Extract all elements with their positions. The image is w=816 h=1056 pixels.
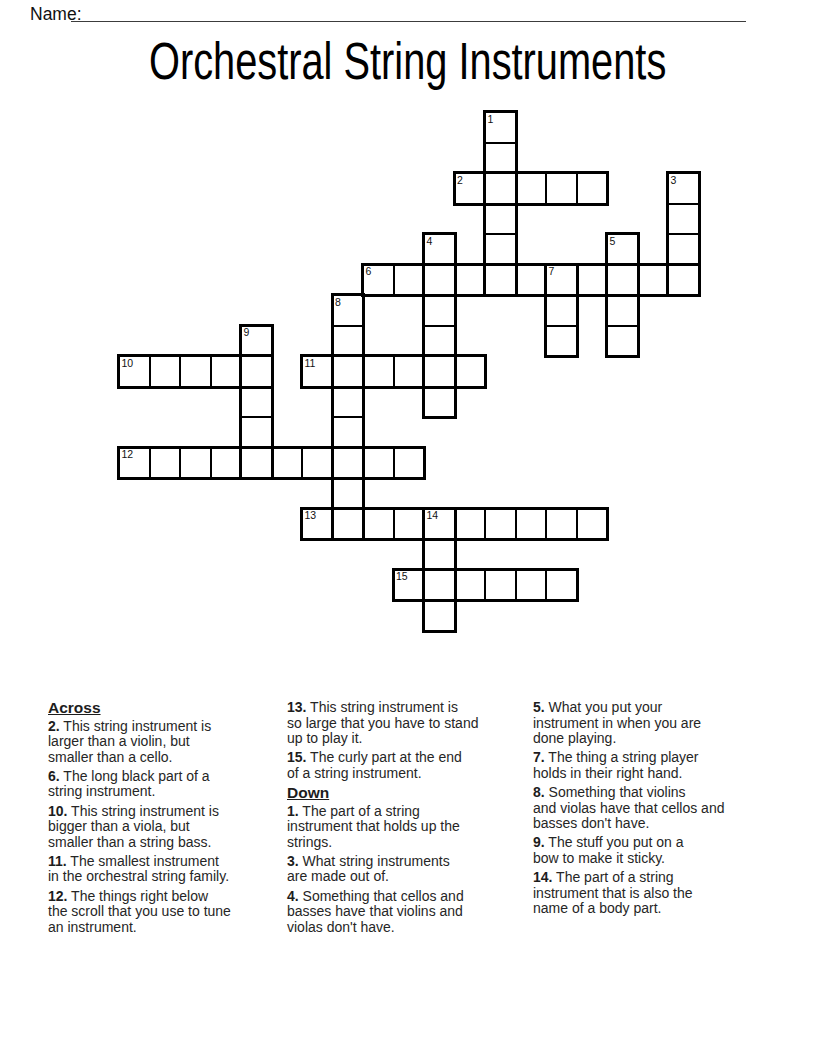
clue-13: 13. This string instrument isso large th… <box>287 700 531 747</box>
clue-number-label: 13. <box>287 699 306 715</box>
grid-cell[interactable] <box>301 447 334 480</box>
grid-cell[interactable] <box>576 172 609 205</box>
cell-number-14: 14 <box>427 510 439 520</box>
clue-number-label: 14. <box>533 869 552 885</box>
grid-cell[interactable] <box>393 264 426 297</box>
clues-column-2: 13. This string instrument isso large th… <box>287 700 531 939</box>
clue-number-label: 12. <box>48 888 67 904</box>
clues-column-3: 5. What you put yourinstrument in when y… <box>533 700 785 920</box>
grid-cell[interactable] <box>240 416 273 449</box>
cell-number-1: 1 <box>488 114 494 124</box>
grid-cell[interactable] <box>179 355 212 388</box>
clue-10: 10. This string instrument isbigger than… <box>48 804 286 851</box>
cell-number-10: 10 <box>122 358 134 368</box>
cell-number-5: 5 <box>610 236 616 246</box>
cell-number-11: 11 <box>305 358 316 368</box>
clue-number-label: 2. <box>48 718 60 734</box>
page-title-text: Orchestral String Instruments <box>149 34 666 90</box>
grid-cell[interactable] <box>332 447 365 480</box>
cell-number-15: 15 <box>396 571 408 581</box>
grid-cell[interactable] <box>545 172 578 205</box>
grid-cell[interactable] <box>240 386 273 419</box>
grid-cell[interactable] <box>576 264 609 297</box>
cell-number-13: 13 <box>305 510 317 520</box>
clue-1: 1. The part of a stringinstrument that h… <box>287 804 531 851</box>
cell-number-4: 4 <box>427 236 433 246</box>
grid-cell[interactable] <box>393 508 426 541</box>
cell-number-2: 2 <box>457 175 463 185</box>
grid-cell[interactable] <box>606 325 639 358</box>
grid-cell[interactable] <box>515 172 548 205</box>
clue-number-label: 3. <box>287 853 299 869</box>
grid-cell[interactable] <box>423 538 456 571</box>
grid-cell[interactable] <box>454 569 487 602</box>
grid-cell[interactable] <box>515 569 548 602</box>
crossword-grid: 123456789101112131415 <box>118 111 700 633</box>
grid-cell[interactable] <box>423 264 456 297</box>
grid-cell[interactable] <box>362 508 395 541</box>
clue-7: 7. The thing a string playerholds in the… <box>533 750 785 781</box>
clue-8: 8. Something that violinsand violas have… <box>533 785 785 832</box>
grid-cell[interactable] <box>332 416 365 449</box>
grid-cell[interactable] <box>149 447 182 480</box>
grid-cell[interactable] <box>667 203 700 236</box>
grid-cell[interactable] <box>515 508 548 541</box>
clue-3: 3. What string instrumentsare made out o… <box>287 854 531 885</box>
grid-cell[interactable] <box>332 386 365 419</box>
grid-cell[interactable] <box>423 294 456 327</box>
clue-2: 2. This string instrument islarger than … <box>48 719 286 766</box>
grid-cell[interactable] <box>667 233 700 266</box>
grid-cell[interactable] <box>423 599 456 632</box>
grid-cell[interactable] <box>393 355 426 388</box>
clue-number-label: 5. <box>533 699 545 715</box>
clue-6: 6. The long black part of astring instru… <box>48 769 286 800</box>
clue-number-label: 7. <box>533 749 545 765</box>
grid-cell[interactable] <box>454 508 487 541</box>
grid-cell[interactable] <box>332 508 365 541</box>
clue-number-label: 11. <box>48 853 67 869</box>
grid-cell[interactable] <box>423 386 456 419</box>
clues-column-1: Across2. This string instrument islarger… <box>48 700 286 939</box>
grid-cell[interactable] <box>545 569 578 602</box>
clue-number-label: 15. <box>287 749 306 765</box>
grid-cell[interactable] <box>271 447 304 480</box>
grid-cell[interactable] <box>210 355 243 388</box>
cell-number-12: 12 <box>122 449 134 459</box>
clue-11: 11. The smallest instrumentin the orches… <box>48 854 286 885</box>
grid-cell[interactable] <box>667 264 700 297</box>
grid-cell[interactable] <box>545 508 578 541</box>
clue-15: 15. The curly part at the endof a string… <box>287 750 531 781</box>
clue-number-label: 8. <box>533 784 545 800</box>
grid-cell[interactable] <box>484 508 517 541</box>
grid-cell[interactable] <box>332 477 365 510</box>
cell-number-9: 9 <box>244 327 250 337</box>
grid-cell[interactable] <box>484 203 517 236</box>
clue-4: 4. Something that cellos andbasses have … <box>287 889 531 936</box>
page-title: Orchestral String Instruments <box>0 34 816 90</box>
grid-cell[interactable] <box>576 508 609 541</box>
cell-number-6: 6 <box>366 266 372 276</box>
clue-number-label: 1. <box>287 803 299 819</box>
clue-14: 14. The part of a stringinstrument that … <box>533 870 785 917</box>
grid-cell[interactable] <box>393 447 426 480</box>
grid-cell[interactable] <box>637 264 670 297</box>
clue-number-label: 10. <box>48 803 67 819</box>
name-input-line[interactable] <box>71 21 746 22</box>
grid-cell[interactable] <box>484 233 517 266</box>
grid-cell[interactable] <box>423 325 456 358</box>
grid-cell[interactable] <box>423 569 456 602</box>
clue-9: 9. The stuff you put on abow to make it … <box>533 835 785 866</box>
grid-cell[interactable] <box>545 325 578 358</box>
grid-cell[interactable] <box>362 355 395 388</box>
clue-number-label: 6. <box>48 768 60 784</box>
down-heading: Down <box>287 785 531 801</box>
grid-cell[interactable] <box>179 447 212 480</box>
grid-cell[interactable] <box>362 447 395 480</box>
grid-cell[interactable] <box>606 294 639 327</box>
grid-cell[interactable] <box>484 264 517 297</box>
grid-cell[interactable] <box>332 355 365 388</box>
grid-cell[interactable] <box>545 294 578 327</box>
grid-cell[interactable] <box>484 172 517 205</box>
clue-number-label: 9. <box>533 834 545 850</box>
cell-number-8: 8 <box>335 297 341 307</box>
grid-cell[interactable] <box>484 569 517 602</box>
grid-cell[interactable] <box>454 264 487 297</box>
grid-cell[interactable] <box>515 264 548 297</box>
grid-cell[interactable] <box>423 355 456 388</box>
clue-12: 12. The things right belowthe scroll tha… <box>48 889 286 936</box>
clue-number-label: 4. <box>287 888 299 904</box>
grid-cell[interactable] <box>454 355 487 388</box>
across-heading: Across <box>48 700 286 716</box>
grid-cell[interactable] <box>240 355 273 388</box>
cell-number-7: 7 <box>549 266 555 276</box>
grid-cell[interactable] <box>240 447 273 480</box>
grid-cell[interactable] <box>332 325 365 358</box>
grid-cell[interactable] <box>606 264 639 297</box>
grid-cell[interactable] <box>484 142 517 175</box>
grid-cell[interactable] <box>149 355 182 388</box>
cell-number-3: 3 <box>671 175 677 185</box>
grid-cell[interactable] <box>210 447 243 480</box>
clue-5: 5. What you put yourinstrument in when y… <box>533 700 785 747</box>
